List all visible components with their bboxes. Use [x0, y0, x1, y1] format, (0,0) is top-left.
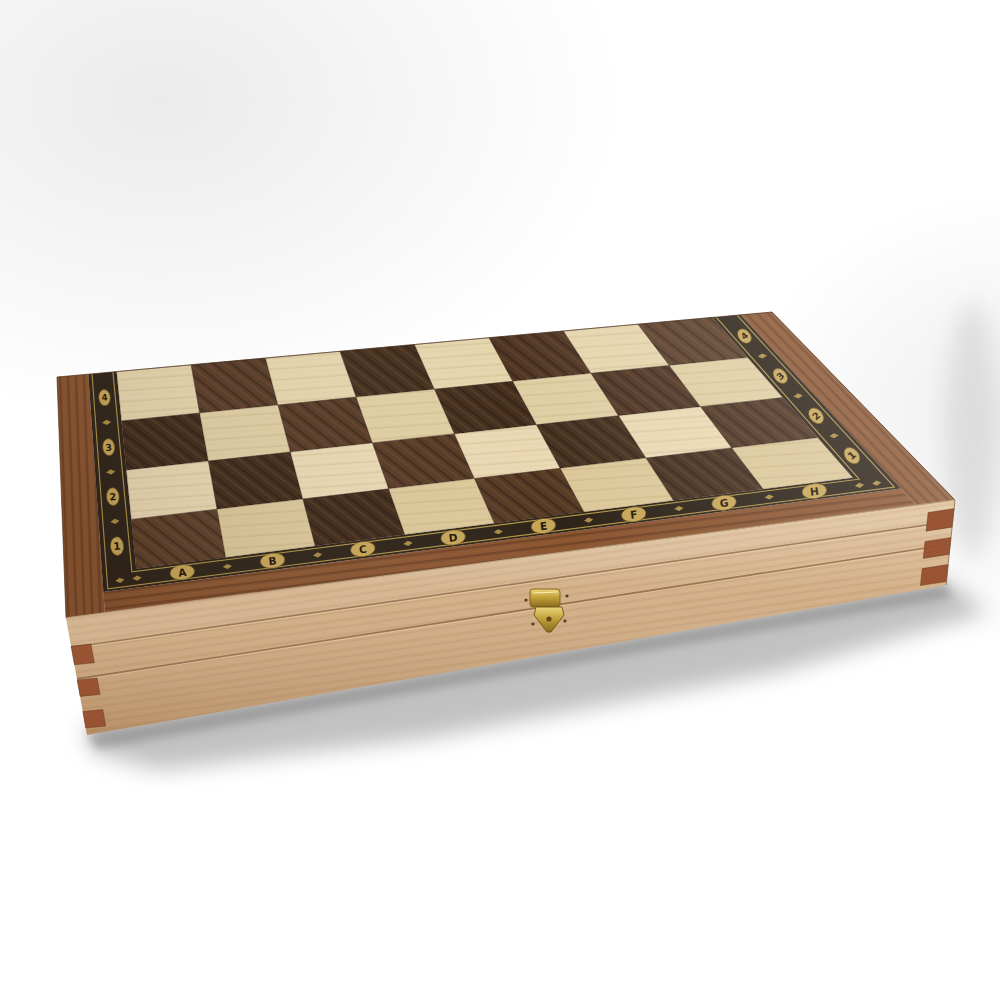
clasp-hole	[546, 616, 551, 621]
clasp-screw-1	[524, 598, 527, 601]
product-photo-stage: ABCDEFGH11223344	[0, 0, 1000, 1000]
finger-joint-right-1	[926, 509, 954, 532]
finger-joint-left-2	[77, 678, 100, 696]
clasp-screw-4	[563, 619, 566, 622]
finger-joint-left-1	[71, 644, 94, 665]
clasp-screw-2	[565, 594, 568, 597]
backdrop-shade	[946, 302, 998, 558]
clasp-screw-3	[531, 622, 534, 625]
finger-joint-left-3	[83, 710, 106, 728]
chess-box-render: ABCDEFGH11223344	[0, 0, 1000, 1000]
